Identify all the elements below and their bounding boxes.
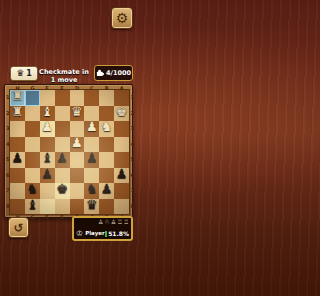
square-b8[interactable]	[99, 199, 114, 215]
puzzle-progress-text: 4/1000	[106, 70, 131, 77]
piece-wK-a2[interactable]: ♚	[116, 105, 128, 118]
puzzle-objective-label: Checkmate in 1 move	[36, 68, 92, 84]
piece-bN-g7[interactable]: ♞	[26, 182, 38, 195]
square-e7[interactable]: ♚	[55, 183, 70, 199]
move-count: 1	[26, 70, 32, 78]
player-panel: ♙♘♙♖♖ ♔ Player 51.8%	[72, 216, 133, 241]
square-e8[interactable]	[55, 199, 70, 215]
coord-label: 7	[6, 188, 9, 193]
coord-label: G	[30, 86, 34, 91]
coord-label: G	[30, 215, 34, 220]
undo-button[interactable]: ↺	[8, 217, 29, 238]
player-king-icon: ♔	[76, 230, 83, 238]
piece-bP-c5[interactable]: ♟	[86, 151, 98, 164]
puzzle-progress-box: 4/1000	[94, 65, 133, 81]
piece-bN-c7[interactable]: ♞	[86, 182, 98, 195]
piece-wR-h2[interactable]: ♜	[12, 105, 24, 118]
captured-piece-icon: ♖	[124, 219, 129, 225]
captured-pieces-tray: ♙♘♙♖♖	[76, 219, 129, 225]
square-f6[interactable]: ♟	[40, 168, 55, 184]
piece-bB-g8[interactable]: ♝	[26, 198, 38, 211]
square-e2[interactable]	[55, 106, 70, 122]
captured-piece-icon: ♙	[111, 219, 116, 225]
piece-wB-f2[interactable]: ♝	[41, 105, 53, 118]
square-h7[interactable]	[10, 183, 25, 199]
square-b5[interactable]	[99, 152, 114, 168]
coord-label: D	[75, 86, 79, 91]
piece-wP-c3[interactable]: ♟	[86, 120, 98, 133]
coord-label: 6	[131, 173, 134, 178]
coord-label: E	[60, 86, 63, 91]
coord-label: H	[16, 86, 20, 91]
square-g1[interactable]	[25, 90, 40, 106]
piece-wP-f3[interactable]: ♟	[41, 120, 53, 133]
success-rate: 51.8%	[108, 231, 129, 237]
square-h5[interactable]: ♟	[10, 152, 25, 168]
square-b7[interactable]: ♟	[99, 183, 114, 199]
piece-bK-e7[interactable]: ♚	[56, 182, 68, 195]
coord-label: 6	[6, 173, 9, 178]
success-bar-icon	[105, 231, 107, 237]
piece-wP-d4[interactable]: ♟	[71, 136, 83, 149]
square-g3[interactable]	[25, 121, 40, 137]
captured-piece-icon: ♖	[117, 219, 122, 225]
square-e5[interactable]: ♟	[55, 152, 70, 168]
square-d4[interactable]: ♟	[70, 137, 85, 153]
coord-label: 3	[6, 126, 9, 131]
square-f3[interactable]: ♟	[40, 121, 55, 137]
coord-label: 2	[131, 111, 134, 116]
square-h8[interactable]	[10, 199, 25, 215]
puzzle-piece-icon	[96, 69, 104, 77]
coord-label: 5	[6, 157, 9, 162]
square-h6[interactable]	[10, 168, 25, 184]
coord-label: 8	[131, 204, 134, 209]
piece-wR-h1[interactable]: ♜	[12, 89, 24, 102]
piece-bP-b7[interactable]: ♟	[101, 182, 113, 195]
square-h3[interactable]	[10, 121, 25, 137]
coord-label: A	[120, 86, 124, 91]
piece-bP-f6[interactable]: ♟	[41, 167, 53, 180]
square-d6[interactable]	[70, 168, 85, 184]
piece-bP-a6[interactable]: ♟	[116, 167, 128, 180]
gear-icon: ⚙	[116, 11, 129, 25]
square-g8[interactable]: ♝	[25, 199, 40, 215]
square-c3[interactable]: ♟	[84, 121, 99, 137]
square-d5[interactable]	[70, 152, 85, 168]
coord-label: 4	[6, 142, 9, 147]
coord-label: F	[45, 215, 48, 220]
piece-wN-b3[interactable]: ♞	[101, 120, 113, 133]
coord-label: 1	[131, 95, 134, 100]
board-grid: ♜♜♝♛♚♟♟♞♟♟♝♟♟♟♟♞♚♞♟♝♛	[10, 90, 129, 214]
captured-piece-icon: ♙	[98, 219, 103, 225]
settings-button[interactable]: ⚙	[111, 7, 133, 29]
piece-bP-h5[interactable]: ♟	[12, 151, 24, 164]
square-b4[interactable]	[99, 137, 114, 153]
coord-label: 8	[6, 204, 9, 209]
square-g4[interactable]	[25, 137, 40, 153]
piece-wQ-d2[interactable]: ♛	[71, 105, 83, 118]
chess-board: ♜♜♝♛♚♟♟♞♟♟♝♟♟♟♟♞♚♞♟♝♛ HHGGFFEEDDCCBBAA11…	[4, 84, 133, 218]
square-e1[interactable]	[55, 90, 70, 106]
coord-label: B	[105, 86, 109, 91]
square-h2[interactable]: ♜	[10, 106, 25, 122]
undo-icon: ↺	[13, 221, 23, 235]
square-c5[interactable]: ♟	[84, 152, 99, 168]
square-f8[interactable]	[40, 199, 55, 215]
square-d2[interactable]: ♛	[70, 106, 85, 122]
square-d7[interactable]	[70, 183, 85, 199]
captured-piece-icon: ♘	[104, 219, 109, 225]
square-a6[interactable]: ♟	[114, 168, 129, 184]
moves-to-mate-chip: ♛ 1	[10, 66, 38, 81]
square-a3[interactable]	[114, 121, 129, 137]
square-a7[interactable]	[114, 183, 129, 199]
player-name: Player	[85, 231, 105, 237]
square-e3[interactable]	[55, 121, 70, 137]
queen-icon: ♛	[16, 69, 24, 78]
square-d8[interactable]	[70, 199, 85, 215]
square-a4[interactable]	[114, 137, 129, 153]
coord-label: 1	[6, 95, 9, 100]
square-c8[interactable]: ♛	[84, 199, 99, 215]
coord-label: C	[90, 86, 94, 91]
coord-label: 2	[6, 111, 9, 116]
square-a2[interactable]: ♚	[114, 106, 129, 122]
piece-bQ-c8[interactable]: ♛	[86, 198, 98, 211]
coord-label: 7	[131, 188, 134, 193]
square-b3[interactable]: ♞	[99, 121, 114, 137]
coord-label: 4	[131, 142, 134, 147]
piece-bP-e5[interactable]: ♟	[56, 151, 68, 164]
square-f7[interactable]	[40, 183, 55, 199]
square-c1[interactable]	[84, 90, 99, 106]
square-g5[interactable]	[25, 152, 40, 168]
coord-label: 5	[131, 157, 134, 162]
piece-bB-f5[interactable]: ♝	[41, 151, 53, 164]
coord-label: E	[60, 215, 63, 220]
coord-label: F	[45, 86, 48, 91]
square-b1[interactable]	[99, 90, 114, 106]
square-a8[interactable]	[114, 199, 129, 215]
coord-label: 3	[131, 126, 134, 131]
square-g2[interactable]	[25, 106, 40, 122]
